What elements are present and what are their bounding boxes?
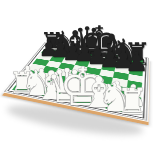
piece-black-pawn-h7[interactable]: ♟: [121, 48, 154, 75]
piece-white-rook-h1[interactable]: ♜: [111, 84, 154, 120]
chess-set-photo: ♜♞♝♛♚♝♞♜♟♟♟♟♟♟♟♟♟♟♟♟♟♟♟♟♜♞♝♛♚♝♞♜: [0, 0, 160, 160]
